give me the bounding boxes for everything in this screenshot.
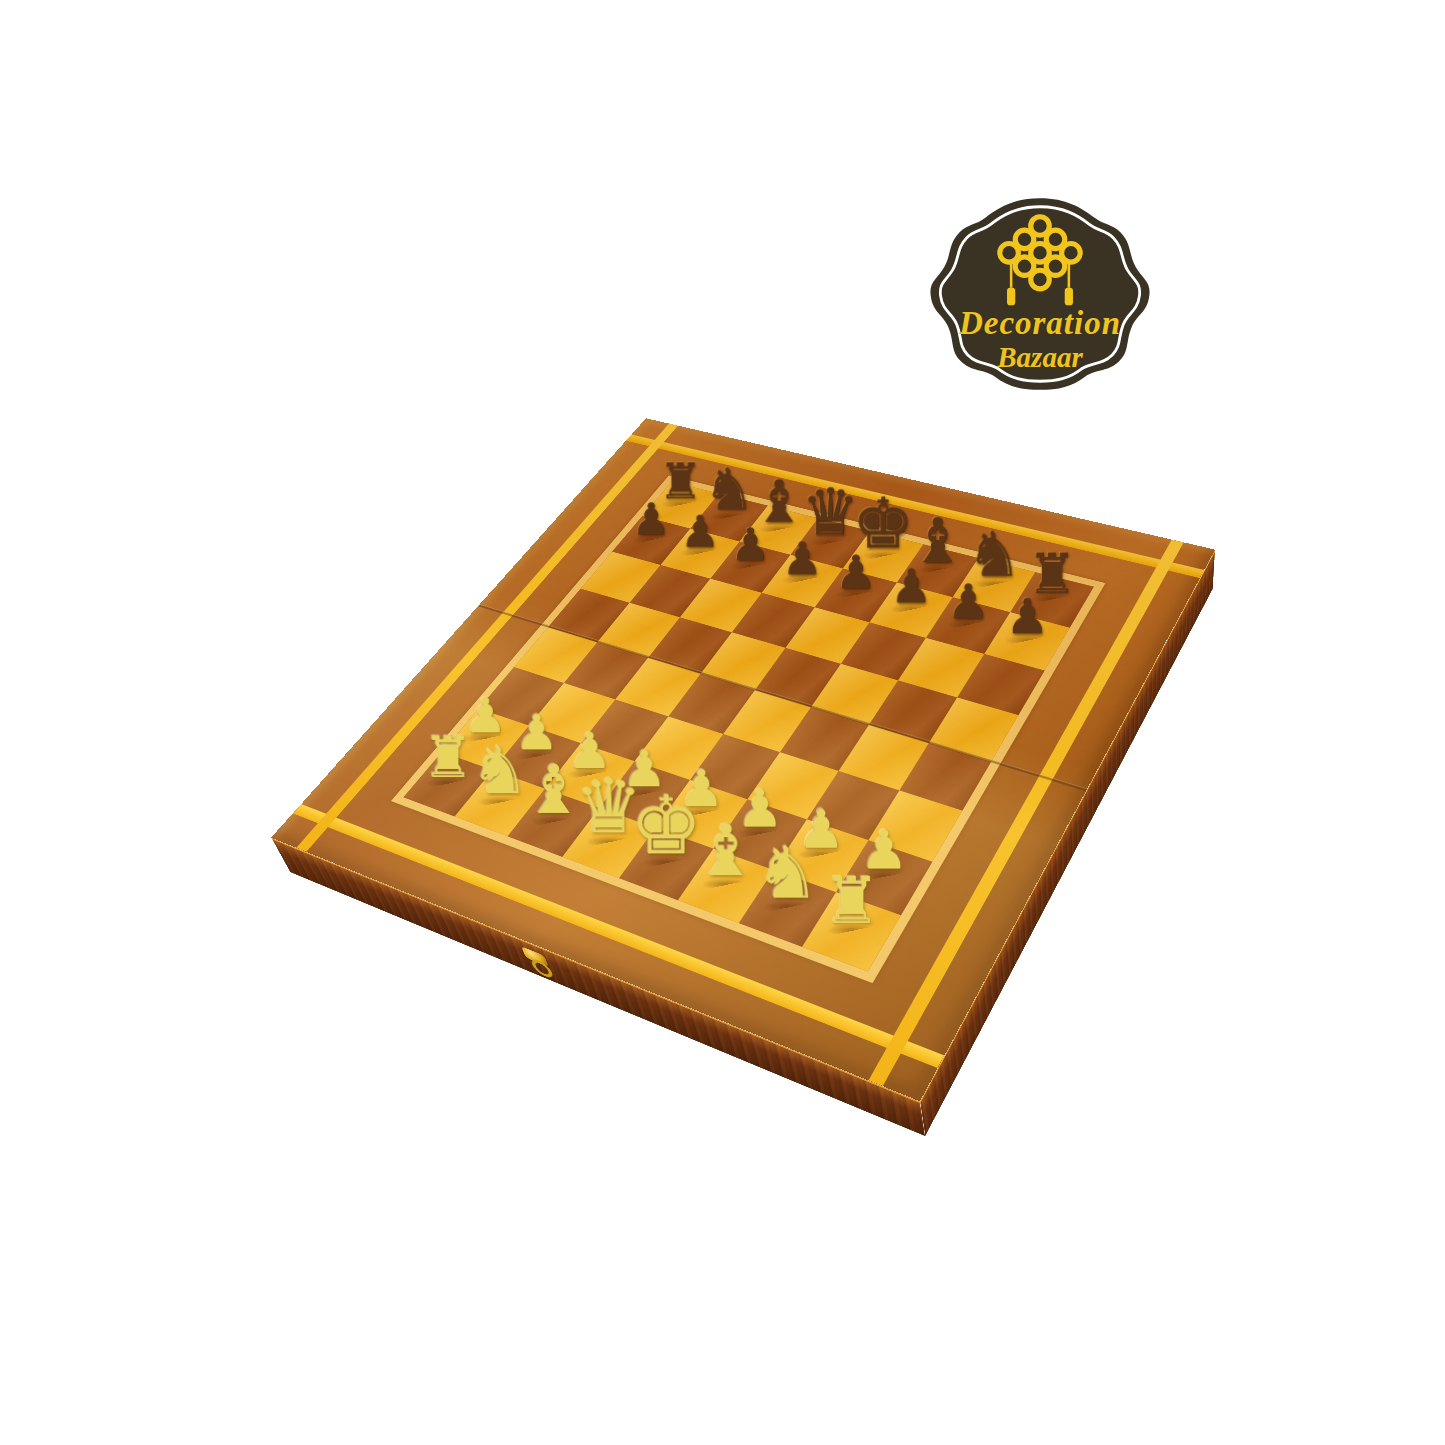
square-e8: [843, 531, 923, 583]
piece-black-knight-g8: ♞: [946, 488, 1043, 585]
square-a4: [514, 627, 597, 683]
inlay-stripe-top: [626, 434, 1204, 578]
square-d8: [790, 518, 869, 568]
product-photo-page: { "game": "chess", "logo": { "line1": "D…: [0, 0, 1445, 1445]
piece-black-rook-h8: ♜: [1003, 501, 1101, 599]
square-b8: [690, 494, 768, 542]
square-e7: [815, 568, 897, 622]
piece-black-king-e8: ♚: [836, 462, 930, 556]
square-d6: [732, 593, 815, 648]
square-b7: [660, 529, 739, 579]
square-f8: [897, 544, 978, 597]
piece-black-pawn-c7: ♟: [704, 474, 797, 567]
square-h8: [1010, 572, 1094, 628]
square-f7: [869, 583, 952, 638]
square-c7: [710, 541, 790, 592]
square-c8: [740, 506, 818, 555]
square-a3: [479, 667, 564, 726]
square-d7: [762, 555, 843, 608]
piece-white-pawn-g2: ♟: [766, 745, 876, 855]
square-e6: [785, 607, 869, 663]
piece-black-pawn-b7: ♟: [654, 462, 745, 553]
piece-black-bishop-f8: ♝: [890, 475, 985, 570]
board-top-face: ♜♞♝♛♚♝♞♜♟♟♟♟♟♟♟♟♟♟♟♟♟♟♟♟♜♞♝♛♚♝♞♜: [271, 418, 1215, 1101]
piece-white-pawn-a2: ♟: [436, 639, 536, 739]
pieces-layer: ♜♞♝♛♚♝♞♜♟♟♟♟♟♟♟♟♟♟♟♟♟♟♟♟♜♞♝♛♚♝♞♜: [271, 418, 1215, 1101]
piece-black-pawn-e7: ♟: [808, 499, 904, 595]
square-c6: [680, 579, 762, 633]
piece-white-knight-b1: ♞: [448, 699, 551, 802]
square-b4: [564, 642, 648, 699]
piece-black-pawn-f7: ♟: [863, 512, 960, 609]
square-d5: [701, 632, 786, 690]
square-c5: [648, 617, 732, 673]
piece-black-pawn-a7: ♟: [606, 450, 696, 540]
square-b5: [597, 603, 680, 658]
piece-black-bishop-c8: ♝: [733, 439, 824, 530]
square-a8: [642, 482, 719, 529]
piece-black-pawn-g7: ♟: [919, 526, 1018, 625]
piece-white-pawn-f2: ♟: [706, 726, 814, 834]
piece-white-pawn-c2: ♟: [538, 672, 641, 775]
square-a7: [612, 516, 690, 565]
piece-black-knight-b8: ♞: [684, 427, 774, 517]
chessboard-scene: ♜♞♝♛♚♝♞♜♟♟♟♟♟♟♟♟♟♟♟♟♟♟♟♟♜♞♝♛♚♝♞♜: [0, 0, 1445, 1445]
square-a6: [581, 552, 661, 603]
piece-black-pawn-d7: ♟: [755, 486, 849, 580]
square-g8: [953, 558, 1035, 612]
square-b6: [630, 565, 711, 617]
piece-black-queen-d8: ♛: [784, 450, 876, 542]
folding-chessboard-box: ♜♞♝♛♚♝♞♜♟♟♟♟♟♟♟♟♟♟♟♟♟♟♟♟♜♞♝♛♚♝♞♜: [271, 418, 1215, 1101]
piece-black-rook-a8: ♜: [637, 416, 725, 504]
square-a5: [548, 589, 629, 642]
